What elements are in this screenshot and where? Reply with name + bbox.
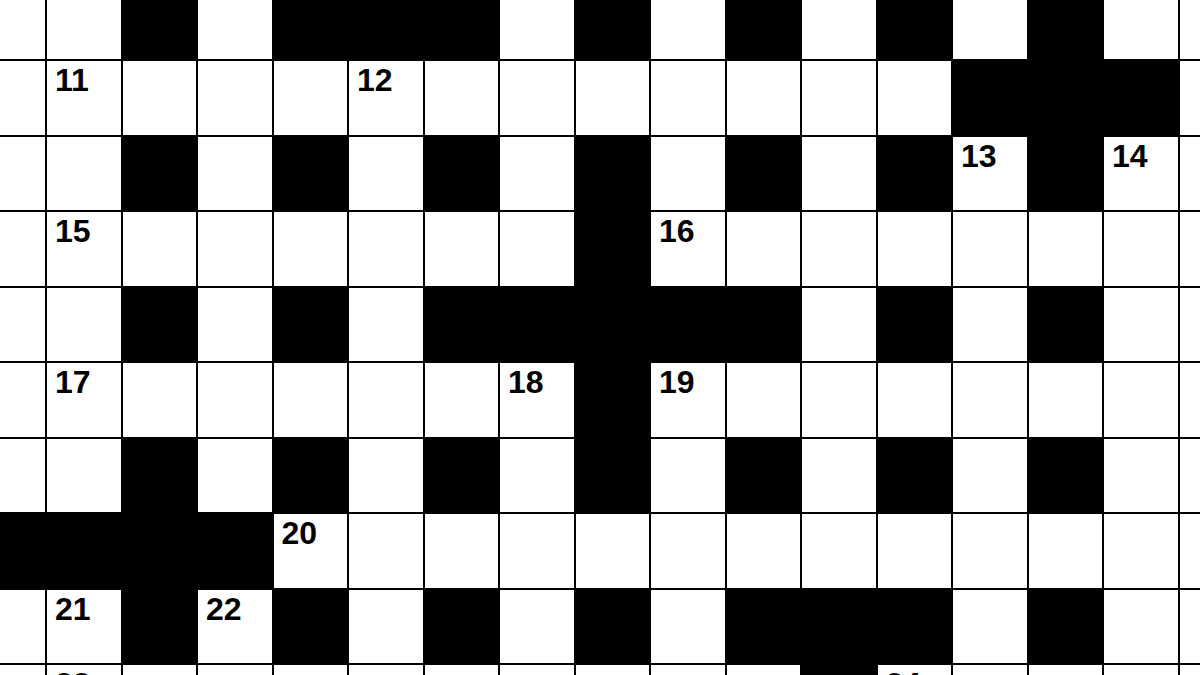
white-cell-r1-c8[interactable] (576, 61, 650, 135)
white-cell-r2-c7[interactable] (500, 137, 574, 211)
black-cell-r9-c11 (802, 665, 876, 675)
white-cell-r7-c4[interactable]: 20 (274, 514, 348, 588)
black-cell-r2-c14 (1029, 137, 1103, 211)
white-cell-r7-c12[interactable] (878, 514, 952, 588)
white-cell-r3-c2[interactable] (123, 212, 197, 286)
white-cell-r3-c9[interactable]: 16 (651, 212, 725, 286)
black-cell-r5-c8 (576, 363, 650, 437)
white-cell-r9-c1[interactable]: 23 (47, 665, 121, 675)
white-cell-r8-c0[interactable] (0, 590, 45, 664)
white-cell-r8-c16[interactable] (1180, 590, 1200, 664)
white-cell-r2-c3[interactable] (198, 137, 272, 211)
black-cell-r6-c8 (576, 439, 650, 513)
black-cell-r8-c4 (274, 590, 348, 664)
black-cell-r8-c12 (878, 590, 952, 664)
white-cell-r1-c10[interactable] (727, 61, 801, 135)
white-cell-r5-c12[interactable] (878, 363, 952, 437)
white-cell-r5-c1[interactable]: 17 (47, 363, 121, 437)
black-cell-r8-c2 (123, 590, 197, 664)
black-cell-r7-c3 (198, 514, 272, 588)
white-cell-r6-c5[interactable] (349, 439, 423, 513)
clue-number-24: 24 (886, 668, 922, 675)
white-cell-r0-c13[interactable] (953, 0, 1027, 59)
black-cell-r4-c9 (651, 288, 725, 362)
white-cell-r6-c13[interactable] (953, 439, 1027, 513)
white-cell-r9-c7[interactable] (500, 665, 574, 675)
black-cell-r1-c13 (953, 61, 1027, 135)
black-cell-r7-c2 (123, 514, 197, 588)
white-cell-r7-c16[interactable] (1180, 514, 1200, 588)
black-cell-r7-c1 (47, 514, 121, 588)
white-cell-r1-c0[interactable] (0, 61, 45, 135)
black-cell-r2-c4 (274, 137, 348, 211)
white-cell-r0-c11[interactable] (802, 0, 876, 59)
clue-number-15: 15 (55, 215, 91, 247)
white-cell-r9-c9[interactable] (651, 665, 725, 675)
white-cell-r0-c0[interactable] (0, 0, 45, 59)
clue-number-14: 14 (1112, 140, 1148, 172)
white-cell-r6-c16[interactable] (1180, 439, 1200, 513)
white-cell-r6-c3[interactable] (198, 439, 272, 513)
clue-number-12: 12 (357, 64, 393, 96)
white-cell-r9-c2[interactable] (123, 665, 197, 675)
black-cell-r0-c2 (123, 0, 197, 59)
white-cell-r9-c8[interactable] (576, 665, 650, 675)
black-cell-r6-c6 (425, 439, 499, 513)
white-cell-r3-c3[interactable] (198, 212, 272, 286)
white-cell-r2-c13[interactable]: 13 (953, 137, 1027, 211)
white-cell-r7-c13[interactable] (953, 514, 1027, 588)
clue-number-21: 21 (55, 593, 91, 625)
black-cell-r2-c6 (425, 137, 499, 211)
black-cell-r3-c8 (576, 212, 650, 286)
white-cell-r3-c1[interactable]: 15 (47, 212, 121, 286)
white-cell-r8-c13[interactable] (953, 590, 1027, 664)
black-cell-r4-c4 (274, 288, 348, 362)
white-cell-r3-c11[interactable] (802, 212, 876, 286)
black-cell-r1-c15 (1104, 61, 1178, 135)
white-cell-r9-c4[interactable] (274, 665, 348, 675)
white-cell-r1-c2[interactable] (123, 61, 197, 135)
white-cell-r9-c12[interactable]: 24 (878, 665, 952, 675)
white-cell-r3-c6[interactable] (425, 212, 499, 286)
black-cell-r8-c14 (1029, 590, 1103, 664)
black-cell-r6-c14 (1029, 439, 1103, 513)
white-cell-r5-c2[interactable] (123, 363, 197, 437)
clue-number-11: 11 (55, 64, 89, 96)
black-cell-r0-c8 (576, 0, 650, 59)
black-cell-r0-c14 (1029, 0, 1103, 59)
black-cell-r8-c11 (802, 590, 876, 664)
white-cell-r7-c15[interactable] (1104, 514, 1178, 588)
white-cell-r9-c14[interactable] (1029, 665, 1103, 675)
black-cell-r2-c12 (878, 137, 952, 211)
white-cell-r9-c5[interactable] (349, 665, 423, 675)
white-cell-r7-c9[interactable] (651, 514, 725, 588)
black-cell-r1-c14 (1029, 61, 1103, 135)
white-cell-r8-c3[interactable]: 22 (198, 590, 272, 664)
white-cell-r6-c15[interactable] (1104, 439, 1178, 513)
white-cell-r6-c9[interactable] (651, 439, 725, 513)
white-cell-r9-c15[interactable] (1104, 665, 1178, 675)
white-cell-r5-c7[interactable]: 18 (500, 363, 574, 437)
white-cell-r1-c12[interactable] (878, 61, 952, 135)
clue-number-16: 16 (659, 215, 695, 247)
black-cell-r6-c2 (123, 439, 197, 513)
black-cell-r8-c8 (576, 590, 650, 664)
black-cell-r4-c6 (425, 288, 499, 362)
white-cell-r5-c4[interactable] (274, 363, 348, 437)
black-cell-r4-c12 (878, 288, 952, 362)
white-cell-r4-c1[interactable] (47, 288, 121, 362)
white-cell-r3-c12[interactable] (878, 212, 952, 286)
white-cell-r3-c4[interactable] (274, 212, 348, 286)
black-cell-r4-c8 (576, 288, 650, 362)
white-cell-r4-c3[interactable] (198, 288, 272, 362)
white-cell-r4-c0[interactable] (0, 288, 45, 362)
white-cell-r9-c0[interactable] (0, 665, 45, 675)
white-cell-r5-c16[interactable] (1180, 363, 1200, 437)
white-cell-r1-c6[interactable] (425, 61, 499, 135)
white-cell-r2-c11[interactable] (802, 137, 876, 211)
white-cell-r6-c11[interactable] (802, 439, 876, 513)
white-cell-r7-c10[interactable] (727, 514, 801, 588)
white-cell-r3-c0[interactable] (0, 212, 45, 286)
black-cell-r6-c10 (727, 439, 801, 513)
black-cell-r4-c10 (727, 288, 801, 362)
white-cell-r8-c1[interactable]: 21 (47, 590, 121, 664)
white-cell-r9-c6[interactable] (425, 665, 499, 675)
black-cell-r2-c2 (123, 137, 197, 211)
white-cell-r5-c13[interactable] (953, 363, 1027, 437)
white-cell-r6-c0[interactable] (0, 439, 45, 513)
clue-number-17: 17 (55, 366, 91, 398)
white-cell-r7-c7[interactable] (500, 514, 574, 588)
white-cell-r7-c6[interactable] (425, 514, 499, 588)
white-cell-r2-c1[interactable] (47, 137, 121, 211)
black-cell-r4-c2 (123, 288, 197, 362)
white-cell-r4-c11[interactable] (802, 288, 876, 362)
crossword-board: 1112131415161718192021222324 (0, 0, 1200, 675)
black-cell-r0-c6 (425, 0, 499, 59)
black-cell-r0-c4 (274, 0, 348, 59)
white-cell-r0-c3[interactable] (198, 0, 272, 59)
white-cell-r3-c13[interactable] (953, 212, 1027, 286)
white-cell-r7-c11[interactable] (802, 514, 876, 588)
white-cell-r5-c5[interactable] (349, 363, 423, 437)
white-cell-r0-c1[interactable] (47, 0, 121, 59)
white-cell-r1-c9[interactable] (651, 61, 725, 135)
clue-number-13: 13 (961, 140, 997, 172)
white-cell-r4-c5[interactable] (349, 288, 423, 362)
black-cell-r6-c12 (878, 439, 952, 513)
white-cell-r4-c16[interactable] (1180, 288, 1200, 362)
black-cell-r4-c7 (500, 288, 574, 362)
white-cell-r3-c10[interactable] (727, 212, 801, 286)
white-cell-r1-c5[interactable]: 12 (349, 61, 423, 135)
white-cell-r2-c16[interactable] (1180, 137, 1200, 211)
white-cell-r9-c3[interactable] (198, 665, 272, 675)
white-cell-r8-c5[interactable] (349, 590, 423, 664)
white-cell-r2-c5[interactable] (349, 137, 423, 211)
white-cell-r4-c13[interactable] (953, 288, 1027, 362)
black-cell-r8-c6 (425, 590, 499, 664)
white-cell-r7-c5[interactable] (349, 514, 423, 588)
clue-number-18: 18 (508, 366, 544, 398)
white-cell-r6-c7[interactable] (500, 439, 574, 513)
white-cell-r9-c16[interactable] (1180, 665, 1200, 675)
black-cell-r0-c12 (878, 0, 952, 59)
black-cell-r0-c5 (349, 0, 423, 59)
clue-number-22: 22 (206, 593, 242, 625)
white-cell-r5-c15[interactable] (1104, 363, 1178, 437)
white-cell-r0-c9[interactable] (651, 0, 725, 59)
clue-number-20: 20 (282, 517, 318, 549)
white-cell-r3-c7[interactable] (500, 212, 574, 286)
white-cell-r0-c15[interactable] (1104, 0, 1178, 59)
white-cell-r3-c16[interactable] (1180, 212, 1200, 286)
clue-number-19: 19 (659, 366, 695, 398)
black-cell-r2-c10 (727, 137, 801, 211)
white-cell-r7-c14[interactable] (1029, 514, 1103, 588)
black-cell-r0-c10 (727, 0, 801, 59)
black-cell-r6-c4 (274, 439, 348, 513)
white-cell-r1-c11[interactable] (802, 61, 876, 135)
white-cell-r1-c1[interactable]: 11 (47, 61, 121, 135)
white-cell-r9-c13[interactable] (953, 665, 1027, 675)
white-cell-r5-c9[interactable]: 19 (651, 363, 725, 437)
white-cell-r8-c7[interactable] (500, 590, 574, 664)
white-cell-r3-c14[interactable] (1029, 212, 1103, 286)
white-cell-r5-c11[interactable] (802, 363, 876, 437)
white-cell-r1-c16[interactable] (1180, 61, 1200, 135)
white-cell-r0-c7[interactable] (500, 0, 574, 59)
white-cell-r5-c14[interactable] (1029, 363, 1103, 437)
white-cell-r2-c0[interactable] (0, 137, 45, 211)
white-cell-r3-c15[interactable] (1104, 212, 1178, 286)
white-cell-r0-c16[interactable] (1180, 0, 1200, 59)
black-cell-r7-c0 (0, 514, 45, 588)
white-cell-r4-c15[interactable] (1104, 288, 1178, 362)
white-cell-r7-c8[interactable] (576, 514, 650, 588)
black-cell-r4-c14 (1029, 288, 1103, 362)
white-cell-r6-c1[interactable] (47, 439, 121, 513)
white-cell-r8-c15[interactable] (1104, 590, 1178, 664)
white-cell-r3-c5[interactable] (349, 212, 423, 286)
white-cell-r1-c7[interactable] (500, 61, 574, 135)
white-cell-r5-c0[interactable] (0, 363, 45, 437)
white-cell-r5-c10[interactable] (727, 363, 801, 437)
white-cell-r5-c3[interactable] (198, 363, 272, 437)
white-cell-r5-c6[interactable] (425, 363, 499, 437)
black-cell-r8-c10 (727, 590, 801, 664)
white-cell-r9-c10[interactable] (727, 665, 801, 675)
black-cell-r2-c8 (576, 137, 650, 211)
white-cell-r1-c3[interactable] (198, 61, 272, 135)
clue-number-23: 23 (55, 668, 91, 675)
white-cell-r2-c15[interactable]: 14 (1104, 137, 1178, 211)
white-cell-r2-c9[interactable] (651, 137, 725, 211)
white-cell-r1-c4[interactable] (274, 61, 348, 135)
white-cell-r8-c9[interactable] (651, 590, 725, 664)
